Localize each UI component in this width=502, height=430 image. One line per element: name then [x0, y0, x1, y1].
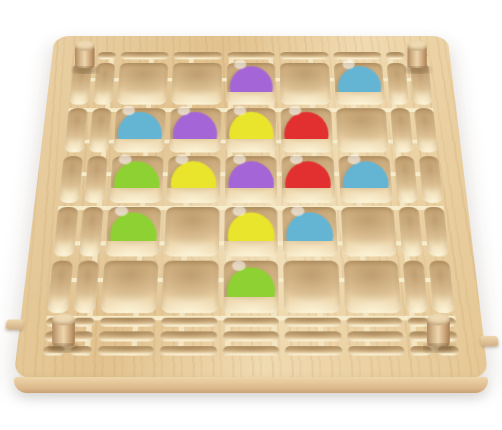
- dimple[interactable]: [72, 317, 94, 327]
- dimple[interactable]: [64, 108, 88, 152]
- dimple[interactable]: [414, 108, 438, 152]
- dimple[interactable]: [409, 346, 432, 356]
- marble-blue[interactable]: ●: [283, 199, 337, 260]
- dimple[interactable]: [429, 260, 455, 312]
- dimple[interactable]: ●: [338, 156, 393, 203]
- dimple[interactable]: [390, 108, 413, 152]
- dimple[interactable]: [346, 317, 403, 327]
- marble-blue[interactable]: ●: [334, 54, 383, 111]
- dimple[interactable]: [223, 317, 279, 327]
- dimple[interactable]: [437, 346, 460, 356]
- dimple[interactable]: [403, 260, 429, 312]
- dimple[interactable]: [164, 207, 219, 256]
- dimple[interactable]: [423, 207, 449, 256]
- dimple[interactable]: [70, 346, 93, 356]
- marble-yellow[interactable]: ●: [168, 148, 220, 208]
- dimple[interactable]: [79, 207, 104, 256]
- dimple[interactable]: [53, 207, 78, 256]
- dimple[interactable]: [120, 52, 169, 59]
- side-peg-left: [5, 319, 23, 329]
- dimple[interactable]: [285, 331, 342, 341]
- dimple[interactable]: [99, 317, 156, 327]
- dimple[interactable]: [69, 62, 92, 104]
- dimple[interactable]: [283, 260, 340, 312]
- dimple[interactable]: [347, 346, 405, 356]
- dimple[interactable]: ●: [282, 207, 337, 256]
- dimple[interactable]: [340, 207, 397, 256]
- dimple-grid: ●●●●●●●●●●●●●●●: [42, 52, 459, 355]
- dimple[interactable]: [343, 260, 402, 312]
- dimple[interactable]: [386, 62, 408, 104]
- dimple[interactable]: [419, 156, 444, 203]
- marble-green[interactable]: ●: [107, 199, 161, 260]
- board-front-edge: [14, 377, 488, 393]
- dimple[interactable]: [59, 156, 84, 203]
- dimple[interactable]: [222, 346, 279, 356]
- dimple[interactable]: [84, 156, 108, 203]
- marble-green[interactable]: ●: [223, 254, 278, 317]
- dimple[interactable]: [74, 260, 100, 312]
- dimple[interactable]: [398, 207, 423, 256]
- dimple[interactable]: [346, 331, 403, 341]
- marble-blue[interactable]: ●: [339, 148, 391, 208]
- corner-peg-top-right: [407, 42, 427, 70]
- dimple[interactable]: [93, 62, 115, 104]
- dimple[interactable]: [280, 52, 329, 59]
- side-peg-right: [480, 336, 499, 346]
- dimple[interactable]: [89, 108, 112, 152]
- dimple[interactable]: [162, 260, 219, 312]
- dimple[interactable]: [223, 331, 280, 341]
- dimple[interactable]: [161, 317, 217, 327]
- dimple[interactable]: [160, 331, 217, 341]
- dimple[interactable]: [284, 317, 340, 327]
- dimple[interactable]: [97, 346, 155, 356]
- dimple[interactable]: ●: [333, 62, 385, 104]
- corner-peg-bottom-left: [52, 316, 75, 349]
- corner-peg-top-left: [75, 42, 95, 70]
- dimple[interactable]: [394, 156, 418, 203]
- dimple[interactable]: [42, 346, 65, 356]
- dimple[interactable]: [97, 52, 116, 59]
- dimple[interactable]: ●: [167, 156, 221, 203]
- dimple[interactable]: ●: [105, 207, 162, 256]
- dimple[interactable]: [160, 346, 217, 356]
- photo-scene: ●●●●●●●●●●●●●●●: [0, 0, 502, 430]
- dimple[interactable]: [285, 346, 342, 356]
- dimple[interactable]: [47, 260, 73, 312]
- dimple[interactable]: [410, 62, 433, 104]
- corner-peg-bottom-right: [427, 316, 450, 349]
- dimple[interactable]: ●: [223, 260, 279, 312]
- game-board: ●●●●●●●●●●●●●●●: [14, 36, 489, 378]
- dimple[interactable]: [98, 331, 155, 341]
- dimple[interactable]: [386, 52, 405, 59]
- dimple[interactable]: [101, 260, 160, 312]
- dimple[interactable]: [174, 52, 223, 59]
